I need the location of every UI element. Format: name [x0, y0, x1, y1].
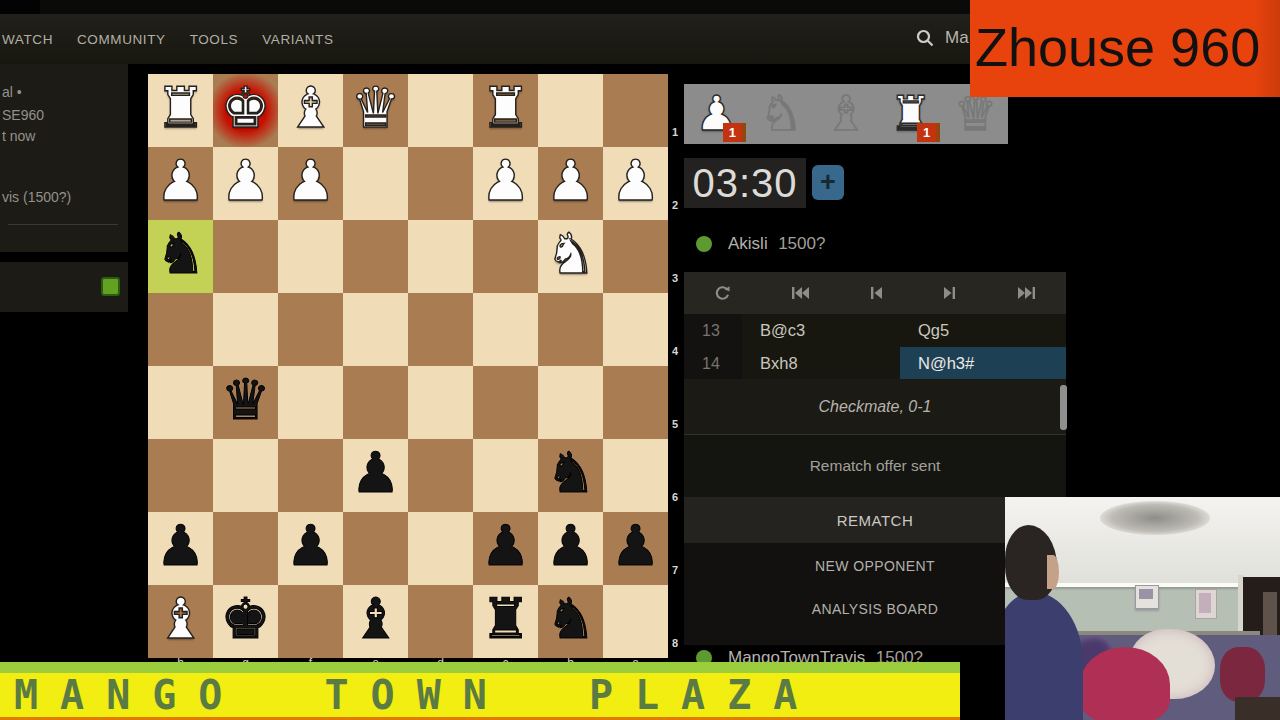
- last-move-icon[interactable]: [1017, 285, 1036, 301]
- banner-text: MANGO TOWN PLAZA: [0, 673, 960, 717]
- scrollbar-thumb[interactable]: [1060, 385, 1067, 430]
- move-13-white[interactable]: B@c3: [742, 314, 900, 347]
- result-block: Checkmate, 0-1: [684, 379, 1066, 435]
- webcam-side-pillow: [1220, 647, 1265, 702]
- square-f4[interactable]: [278, 293, 343, 366]
- square-f5[interactable]: [278, 366, 343, 439]
- webcam-overlay: [1005, 497, 1280, 720]
- square-f2[interactable]: ♟: [278, 147, 343, 220]
- webcam-wall-frame: [1135, 585, 1159, 609]
- white-pawn[interactable]: ♟: [545, 153, 595, 209]
- square-c2[interactable]: ♟: [473, 147, 538, 220]
- square-g2[interactable]: ♟: [213, 147, 278, 220]
- move-number: 14: [684, 347, 742, 380]
- move-13-black[interactable]: Qg5: [900, 314, 1066, 347]
- square-h8[interactable]: ♝: [148, 585, 213, 658]
- square-b6[interactable]: ♞: [538, 439, 603, 512]
- sidebar-lower-panel: [0, 262, 128, 312]
- black-knight[interactable]: ♞: [155, 226, 205, 282]
- sidebar-checkbox[interactable]: [101, 277, 120, 296]
- cycle-icon[interactable]: [714, 285, 731, 302]
- square-e3[interactable]: [343, 220, 408, 293]
- banner-yellow-body: MANGO TOWN PLAZA: [0, 673, 960, 717]
- top-player-name[interactable]: Akisli: [728, 234, 768, 253]
- search-input-text[interactable]: Ma: [945, 28, 969, 48]
- game-info-line-2: SE960: [2, 107, 44, 123]
- search-box[interactable]: Ma: [915, 28, 969, 48]
- square-h7[interactable]: ♟: [148, 512, 213, 585]
- search-icon[interactable]: [915, 28, 935, 48]
- black-pawn[interactable]: ♟: [285, 518, 335, 574]
- pocket-bishop-icon: ♝: [824, 89, 867, 137]
- sidebar-divider: [8, 224, 118, 225]
- pocket-slot-knight[interactable]: ♞: [749, 84, 814, 144]
- square-h3[interactable]: ♞: [148, 220, 213, 293]
- square-e4[interactable]: [343, 293, 408, 366]
- square-h1[interactable]: ♜: [148, 74, 213, 147]
- online-dot-top: [696, 236, 712, 252]
- white-pawn[interactable]: ♟: [155, 153, 205, 209]
- nav-item-variants[interactable]: VARIANTS: [262, 32, 333, 47]
- square-e7[interactable]: [343, 512, 408, 585]
- square-b8[interactable]: ♞: [538, 585, 603, 658]
- square-c3[interactable]: [473, 220, 538, 293]
- square-e1[interactable]: ♛: [343, 74, 408, 147]
- pocket-slot-rook[interactable]: ♜1: [878, 84, 943, 144]
- black-queen[interactable]: ♛: [220, 372, 270, 428]
- black-knight[interactable]: ♞: [545, 445, 595, 501]
- square-g5[interactable]: ♛: [213, 366, 278, 439]
- square-e5[interactable]: [343, 366, 408, 439]
- square-f7[interactable]: ♟: [278, 512, 343, 585]
- next-move-icon[interactable]: [943, 285, 957, 301]
- webcam-person-face: [1047, 555, 1059, 589]
- square-h6[interactable]: [148, 439, 213, 512]
- square-a2[interactable]: ♟: [603, 147, 668, 220]
- top-player-rating: 1500?: [778, 234, 825, 253]
- pocket-slot-pawn[interactable]: ♟1: [684, 84, 749, 144]
- rematch-button-label: REMATCH: [837, 512, 914, 529]
- square-f1[interactable]: ♝: [278, 74, 343, 147]
- square-d1[interactable]: [408, 74, 473, 147]
- white-knight[interactable]: ♞: [545, 226, 595, 282]
- webcam-red-blanket: [1080, 647, 1170, 720]
- square-b7[interactable]: ♟: [538, 512, 603, 585]
- move-row-13: 13 B@c3 Qg5: [684, 314, 1066, 347]
- white-queen[interactable]: ♛: [350, 80, 400, 136]
- top-strip-block: [0, 0, 40, 14]
- move-row-14: 14 Bxh8 N@h3#: [684, 347, 1066, 380]
- banner-green-stripe: [0, 662, 960, 673]
- black-pawn[interactable]: ♟: [480, 518, 530, 574]
- pocket-rook-count-badge: 1: [917, 123, 940, 142]
- white-bishop[interactable]: ♝: [285, 80, 335, 136]
- top-player-row[interactable]: Akisli 1500?: [696, 234, 825, 254]
- square-b5[interactable]: [538, 366, 603, 439]
- first-move-icon[interactable]: [791, 285, 810, 301]
- white-pawn[interactable]: ♟: [480, 153, 530, 209]
- square-d4[interactable]: [408, 293, 473, 366]
- white-pawn[interactable]: ♟: [220, 153, 270, 209]
- square-d8[interactable]: [408, 585, 473, 658]
- move-list: 13 B@c3 Qg5 14 Bxh8 N@h3#: [684, 314, 1066, 380]
- square-e6[interactable]: ♟: [343, 439, 408, 512]
- move-14-white[interactable]: Bxh8: [742, 347, 900, 380]
- black-pawn[interactable]: ♟: [545, 518, 595, 574]
- square-g8[interactable]: ♚: [213, 585, 278, 658]
- black-knight[interactable]: ♞: [545, 591, 595, 647]
- black-pawn[interactable]: ♟: [155, 518, 205, 574]
- white-rook[interactable]: ♜: [480, 80, 530, 136]
- square-a1[interactable]: [603, 74, 668, 147]
- square-a7[interactable]: ♟: [603, 512, 668, 585]
- square-d2[interactable]: [408, 147, 473, 220]
- square-c6[interactable]: [473, 439, 538, 512]
- white-king[interactable]: ♚: [220, 80, 270, 136]
- webcam-wall-picture: [1195, 589, 1217, 619]
- black-bishop[interactable]: ♝: [350, 591, 400, 647]
- prev-move-icon[interactable]: [869, 285, 883, 301]
- white-rook[interactable]: ♜: [155, 80, 205, 136]
- white-pawn[interactable]: ♟: [610, 153, 660, 209]
- black-king[interactable]: ♚: [220, 591, 270, 647]
- move-number: 13: [684, 314, 742, 347]
- bottom-banner: MANGO TOWN PLAZA: [0, 662, 960, 720]
- chess-board: ♜♚♝♛♜♟♟♟♟♟♟♞♞♛♟♞♟♟♟♟♟♝♚♝♜♞: [148, 74, 668, 658]
- rematch-offer-text: Rematch offer sent: [810, 457, 941, 475]
- square-b4[interactable]: [538, 293, 603, 366]
- square-a3[interactable]: [603, 220, 668, 293]
- game-info-line-4: vis (1500?): [2, 189, 71, 205]
- square-e8[interactable]: ♝: [343, 585, 408, 658]
- square-d6[interactable]: [408, 439, 473, 512]
- square-d7[interactable]: [408, 512, 473, 585]
- white-pocket: ♟1♞♝♜1♛: [684, 84, 1008, 144]
- square-a8[interactable]: [603, 585, 668, 658]
- top-player-clock: 03:30: [684, 158, 806, 208]
- rematch-offer-block: Rematch offer sent: [684, 435, 1066, 497]
- square-f8[interactable]: [278, 585, 343, 658]
- give-time-button[interactable]: +: [812, 165, 844, 200]
- square-d5[interactable]: [408, 366, 473, 439]
- square-a5[interactable]: [603, 366, 668, 439]
- stream-title-overlay: Zhouse 960: [970, 0, 1280, 97]
- square-b3[interactable]: ♞: [538, 220, 603, 293]
- nav-item-community[interactable]: COMMUNITY: [77, 32, 166, 47]
- black-pawn[interactable]: ♟: [610, 518, 660, 574]
- square-h5[interactable]: [148, 366, 213, 439]
- square-c8[interactable]: ♜: [473, 585, 538, 658]
- square-c7[interactable]: ♟: [473, 512, 538, 585]
- game-info-line-3: t now: [2, 128, 35, 144]
- square-c4[interactable]: [473, 293, 538, 366]
- square-h2[interactable]: ♟: [148, 147, 213, 220]
- game-info-panel: al • SE960 t now vis (1500?): [0, 64, 128, 252]
- square-c5[interactable]: [473, 366, 538, 439]
- square-g7[interactable]: [213, 512, 278, 585]
- black-rook[interactable]: ♜: [480, 591, 530, 647]
- square-c1[interactable]: ♜: [473, 74, 538, 147]
- game-info-line-1: al •: [2, 84, 22, 100]
- pocket-knight-icon: ♞: [760, 89, 803, 137]
- square-g3[interactable]: [213, 220, 278, 293]
- webcam-person-torso: [1005, 592, 1083, 720]
- square-f3[interactable]: [278, 220, 343, 293]
- square-a4[interactable]: [603, 293, 668, 366]
- nav-item-tools[interactable]: TOOLS: [190, 32, 239, 47]
- square-a6[interactable]: [603, 439, 668, 512]
- square-e2[interactable]: [343, 147, 408, 220]
- white-pawn[interactable]: ♟: [285, 153, 335, 209]
- white-bishop[interactable]: ♝: [155, 591, 205, 647]
- result-text: Checkmate, 0-1: [819, 398, 932, 416]
- screen: WATCH COMMUNITY TOOLS VARIANTS Ma Zhouse…: [0, 0, 1280, 720]
- square-g1[interactable]: ♚: [213, 74, 278, 147]
- square-d3[interactable]: [408, 220, 473, 293]
- square-h4[interactable]: [148, 293, 213, 366]
- move-14-black-current[interactable]: N@h3#: [900, 347, 1066, 380]
- webcam-floor: [1235, 697, 1280, 720]
- pocket-pawn-count-badge: 1: [723, 123, 746, 142]
- pocket-slot-bishop[interactable]: ♝: [814, 84, 879, 144]
- webcam-light-fixture: [1100, 501, 1210, 535]
- square-f6[interactable]: [278, 439, 343, 512]
- nav-item-watch[interactable]: WATCH: [2, 32, 53, 47]
- square-g6[interactable]: [213, 439, 278, 512]
- black-pawn[interactable]: ♟: [350, 445, 400, 501]
- square-b1[interactable]: [538, 74, 603, 147]
- square-b2[interactable]: ♟: [538, 147, 603, 220]
- move-controls: [684, 272, 1066, 314]
- square-g4[interactable]: [213, 293, 278, 366]
